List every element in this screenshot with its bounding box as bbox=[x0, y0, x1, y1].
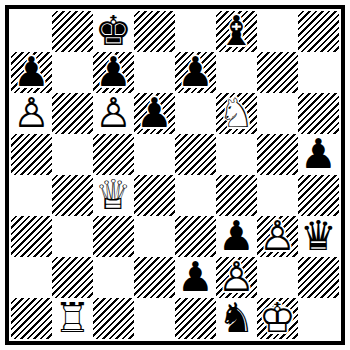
square-b8[interactable] bbox=[52, 11, 93, 52]
black-pawn: ♟ bbox=[93, 52, 134, 93]
square-c8[interactable]: ♚♚ bbox=[93, 11, 134, 52]
square-g3[interactable]: ♟♙ bbox=[257, 216, 298, 257]
square-h5[interactable]: ♟♟ bbox=[298, 134, 339, 175]
square-h2[interactable] bbox=[298, 257, 339, 298]
square-e6[interactable] bbox=[175, 93, 216, 134]
square-g2[interactable] bbox=[257, 257, 298, 298]
piece-halo: ♟ bbox=[175, 257, 216, 298]
piece-halo: ♚ bbox=[257, 298, 298, 339]
piece-halo: ♟ bbox=[216, 216, 257, 257]
white-king: ♔ bbox=[257, 298, 298, 339]
square-d4[interactable] bbox=[134, 175, 175, 216]
square-h1[interactable] bbox=[298, 298, 339, 339]
chess-diagram: ♚♚♝♝♟♟♟♟♟♟♟♙♟♙♟♟♞♘♟♟♛♕♟♟♟♙♛♛♟♟♟♙♜♖♞♞♚♔ bbox=[0, 0, 350, 350]
square-c7[interactable]: ♟♟ bbox=[93, 52, 134, 93]
square-d8[interactable] bbox=[134, 11, 175, 52]
black-pawn: ♟ bbox=[11, 52, 52, 93]
black-king: ♚ bbox=[93, 11, 134, 52]
piece-halo: ♞ bbox=[216, 93, 257, 134]
piece-halo: ♞ bbox=[216, 298, 257, 339]
black-pawn: ♟ bbox=[175, 52, 216, 93]
piece-halo: ♜ bbox=[52, 298, 93, 339]
piece-halo: ♟ bbox=[134, 93, 175, 134]
square-f1[interactable]: ♞♞ bbox=[216, 298, 257, 339]
black-bishop: ♝ bbox=[216, 11, 257, 52]
square-b6[interactable] bbox=[52, 93, 93, 134]
square-d2[interactable] bbox=[134, 257, 175, 298]
square-g6[interactable] bbox=[257, 93, 298, 134]
chess-board: ♚♚♝♝♟♟♟♟♟♟♟♙♟♙♟♟♞♘♟♟♛♕♟♟♟♙♛♛♟♟♟♙♜♖♞♞♚♔ bbox=[11, 11, 339, 339]
white-knight: ♘ bbox=[216, 93, 257, 134]
square-b7[interactable] bbox=[52, 52, 93, 93]
square-a4[interactable] bbox=[11, 175, 52, 216]
square-b2[interactable] bbox=[52, 257, 93, 298]
square-f8[interactable]: ♝♝ bbox=[216, 11, 257, 52]
piece-halo: ♟ bbox=[298, 134, 339, 175]
square-a7[interactable]: ♟♟ bbox=[11, 52, 52, 93]
square-a3[interactable] bbox=[11, 216, 52, 257]
square-g4[interactable] bbox=[257, 175, 298, 216]
piece-halo: ♟ bbox=[216, 257, 257, 298]
square-g1[interactable]: ♚♔ bbox=[257, 298, 298, 339]
square-h7[interactable] bbox=[298, 52, 339, 93]
white-pawn: ♙ bbox=[216, 257, 257, 298]
square-d5[interactable] bbox=[134, 134, 175, 175]
square-g8[interactable] bbox=[257, 11, 298, 52]
square-d1[interactable] bbox=[134, 298, 175, 339]
square-g7[interactable] bbox=[257, 52, 298, 93]
board-frame: ♚♚♝♝♟♟♟♟♟♟♟♙♟♙♟♟♞♘♟♟♛♕♟♟♟♙♛♛♟♟♟♙♜♖♞♞♚♔ bbox=[5, 5, 345, 345]
square-a2[interactable] bbox=[11, 257, 52, 298]
square-e2[interactable]: ♟♟ bbox=[175, 257, 216, 298]
square-h6[interactable] bbox=[298, 93, 339, 134]
square-a6[interactable]: ♟♙ bbox=[11, 93, 52, 134]
square-f3[interactable]: ♟♟ bbox=[216, 216, 257, 257]
piece-halo: ♟ bbox=[11, 52, 52, 93]
piece-halo: ♛ bbox=[93, 175, 134, 216]
square-h3[interactable]: ♛♛ bbox=[298, 216, 339, 257]
square-c3[interactable] bbox=[93, 216, 134, 257]
square-e8[interactable] bbox=[175, 11, 216, 52]
square-c6[interactable]: ♟♙ bbox=[93, 93, 134, 134]
square-e1[interactable] bbox=[175, 298, 216, 339]
square-b5[interactable] bbox=[52, 134, 93, 175]
square-g5[interactable] bbox=[257, 134, 298, 175]
square-f4[interactable] bbox=[216, 175, 257, 216]
square-h8[interactable] bbox=[298, 11, 339, 52]
square-f5[interactable] bbox=[216, 134, 257, 175]
white-queen: ♕ bbox=[93, 175, 134, 216]
black-pawn: ♟ bbox=[175, 257, 216, 298]
piece-halo: ♛ bbox=[298, 216, 339, 257]
black-pawn: ♟ bbox=[298, 134, 339, 175]
square-b3[interactable] bbox=[52, 216, 93, 257]
square-c2[interactable] bbox=[93, 257, 134, 298]
piece-halo: ♟ bbox=[257, 216, 298, 257]
white-rook: ♖ bbox=[52, 298, 93, 339]
square-c4[interactable]: ♛♕ bbox=[93, 175, 134, 216]
piece-halo: ♟ bbox=[93, 52, 134, 93]
square-f7[interactable] bbox=[216, 52, 257, 93]
square-d3[interactable] bbox=[134, 216, 175, 257]
black-knight: ♞ bbox=[216, 298, 257, 339]
square-a1[interactable] bbox=[11, 298, 52, 339]
square-b4[interactable] bbox=[52, 175, 93, 216]
piece-halo: ♟ bbox=[175, 52, 216, 93]
white-pawn: ♙ bbox=[257, 216, 298, 257]
black-queen: ♛ bbox=[298, 216, 339, 257]
square-e4[interactable] bbox=[175, 175, 216, 216]
square-f6[interactable]: ♞♘ bbox=[216, 93, 257, 134]
square-e5[interactable] bbox=[175, 134, 216, 175]
square-d7[interactable] bbox=[134, 52, 175, 93]
square-a5[interactable] bbox=[11, 134, 52, 175]
white-pawn: ♙ bbox=[93, 93, 134, 134]
piece-halo: ♟ bbox=[93, 93, 134, 134]
square-d6[interactable]: ♟♟ bbox=[134, 93, 175, 134]
black-pawn: ♟ bbox=[216, 216, 257, 257]
square-c1[interactable] bbox=[93, 298, 134, 339]
piece-halo: ♚ bbox=[93, 11, 134, 52]
square-e3[interactable] bbox=[175, 216, 216, 257]
piece-halo: ♟ bbox=[11, 93, 52, 134]
square-f2[interactable]: ♟♙ bbox=[216, 257, 257, 298]
black-pawn: ♟ bbox=[134, 93, 175, 134]
square-b1[interactable]: ♜♖ bbox=[52, 298, 93, 339]
square-a8[interactable] bbox=[11, 11, 52, 52]
square-e7[interactable]: ♟♟ bbox=[175, 52, 216, 93]
piece-halo: ♝ bbox=[216, 11, 257, 52]
square-c5[interactable] bbox=[93, 134, 134, 175]
white-pawn: ♙ bbox=[11, 93, 52, 134]
square-h4[interactable] bbox=[298, 175, 339, 216]
